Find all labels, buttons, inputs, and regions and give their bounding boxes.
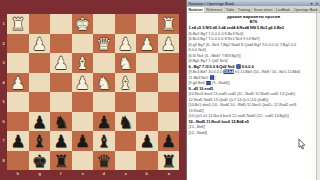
square-f2[interactable] bbox=[50, 34, 72, 54]
white-rook[interactable]: ♜ bbox=[158, 14, 180, 34]
white-pawn[interactable]: ♟ bbox=[115, 34, 137, 54]
variation-moves[interactable]: 12.Nxd5 Nxd5 13.Qxd5 Qc7 14.Qc5 (14.Qxd6… bbox=[189, 97, 269, 102]
variation-moves[interactable]: [10.Bc5 dxe4 (10...Nxd4 10...Rb8) 11.Nxc… bbox=[189, 103, 297, 108]
tab-livebook[interactable]: LiveBook bbox=[274, 7, 292, 13]
board-squares: ♜♚♜♟♛♟♟♟♟♝♞♟♟♞♝♟♞♟♞♟♝♟♟♝♟♟♚♜♛♜ bbox=[7, 14, 179, 170]
square-d6[interactable]: ♟ bbox=[93, 112, 115, 132]
file-label-a: a bbox=[158, 170, 180, 179]
variation-moves[interactable]: [6.Be2 Bg7 7.0-0 0-0 8.Be3 Nc6] bbox=[189, 31, 244, 36]
square-a4[interactable] bbox=[158, 73, 180, 93]
square-h1[interactable]: ♜ bbox=[7, 14, 29, 34]
black-king[interactable]: ♚ bbox=[29, 151, 51, 171]
variation-moves[interactable]: [9.g4 Be6 bbox=[189, 81, 206, 86]
square-a8[interactable]: ♜ bbox=[158, 151, 180, 171]
square-c5[interactable] bbox=[115, 92, 137, 112]
white-bishop[interactable]: ♝ bbox=[72, 53, 94, 73]
white-pawn[interactable]: ♟ bbox=[50, 53, 72, 73]
square-g5[interactable] bbox=[29, 92, 51, 112]
square-e3[interactable]: ♝ bbox=[72, 53, 94, 73]
white-pawn[interactable]: ♟ bbox=[7, 73, 29, 93]
black-rook[interactable]: ♜ bbox=[158, 151, 180, 171]
square-h8[interactable] bbox=[7, 151, 29, 171]
position-marker-icon bbox=[210, 76, 214, 80]
black-pawn[interactable]: ♟ bbox=[50, 131, 72, 151]
square-b7[interactable]: ♟ bbox=[136, 131, 158, 151]
square-a1[interactable]: ♜ bbox=[158, 14, 180, 34]
black-bishop[interactable]: ♝ bbox=[29, 131, 51, 151]
square-a7[interactable]: ♟ bbox=[158, 131, 180, 151]
white-pawn[interactable]: ♟ bbox=[158, 34, 180, 54]
black-pawn[interactable]: ♟ bbox=[7, 131, 29, 151]
square-c7[interactable] bbox=[115, 131, 137, 151]
square-b6[interactable] bbox=[136, 112, 158, 132]
variation-moves[interactable]: ] bbox=[214, 75, 215, 80]
eco-code: B76 bbox=[189, 19, 319, 24]
tab-notation[interactable]: Notation bbox=[187, 6, 205, 13]
variation-moves[interactable]: [6.f4 Nc6 (6...Nbd7 7.Nf3 Bg7)] bbox=[189, 53, 241, 58]
black-rook[interactable]: ♜ bbox=[50, 151, 72, 171]
scrollbar[interactable] bbox=[316, 13, 320, 180]
square-g2[interactable]: ♟ bbox=[29, 34, 51, 54]
square-d5[interactable] bbox=[93, 92, 115, 112]
white-queen[interactable]: ♛ bbox=[93, 34, 115, 54]
square-d7[interactable]: ♝ bbox=[93, 131, 115, 151]
rank-label-7: 7 bbox=[0, 131, 7, 151]
rank-label-8: 8 bbox=[0, 151, 7, 171]
mainline-moves[interactable]: 9...d5 10.exd5 bbox=[189, 86, 214, 91]
square-b4[interactable] bbox=[136, 73, 158, 93]
white-knight[interactable]: ♞ bbox=[115, 53, 137, 73]
square-h4[interactable]: ♟ bbox=[7, 73, 29, 93]
square-b2[interactable]: ♟ bbox=[136, 34, 158, 54]
square-c1[interactable] bbox=[115, 14, 137, 34]
square-b3[interactable] bbox=[136, 53, 158, 73]
rank-label-4: 4 bbox=[0, 73, 7, 93]
white-pawn[interactable]: ♟ bbox=[72, 73, 94, 93]
variation-moves[interactable]: [6.Bc4 Bg7 7.0-0 0-0 8.Re1 Nc6 9.h3 Bd7] bbox=[189, 37, 260, 42]
rank-label-3: 3 bbox=[0, 53, 7, 73]
move-list: 1.e4 c5 2.Nf3 d6 3.d4 cxd4 4.Nxd4 Nf6 5.… bbox=[189, 25, 319, 135]
white-pawn[interactable]: ♟ bbox=[29, 34, 51, 54]
square-g6[interactable]: ♟ bbox=[29, 112, 51, 132]
square-d4[interactable]: ♞ bbox=[93, 73, 115, 93]
white-bishop[interactable]: ♝ bbox=[115, 73, 137, 93]
close-icon[interactable]: ✕ bbox=[315, 1, 318, 6]
square-c8[interactable] bbox=[115, 151, 137, 171]
variation-moves[interactable]: [6.Bg5 Bg7 7.Qd2 Nc6] bbox=[189, 59, 228, 64]
variation-moves[interactable]: 11.Bb3 Ne5 bbox=[189, 75, 210, 80]
variation-moves[interactable]: [6.g3 Bg7 (6...Nc6 7.Bg2 Nxd4 8.Qxd4 Bg7… bbox=[189, 42, 297, 47]
notation-panel: Notation / Openings Book ▾ ✕ NotationRef… bbox=[186, 0, 320, 180]
file-label-d: d bbox=[93, 170, 115, 179]
file-label-c: c bbox=[115, 170, 137, 179]
rank-label-5: 5 bbox=[0, 92, 7, 112]
square-f4[interactable] bbox=[50, 73, 72, 93]
tab-reference[interactable]: Reference bbox=[205, 7, 225, 13]
black-pawn[interactable]: ♟ bbox=[93, 112, 115, 132]
square-d2[interactable]: ♛ bbox=[93, 34, 115, 54]
menu-icon[interactable]: ▾ bbox=[311, 1, 313, 6]
square-g8[interactable]: ♚ bbox=[29, 151, 51, 171]
square-f1[interactable] bbox=[50, 14, 72, 34]
tab-bar: NotationReferenceTableTrainingScore shee… bbox=[187, 6, 320, 13]
white-pawn[interactable]: ♟ bbox=[136, 34, 158, 54]
square-g3[interactable] bbox=[29, 53, 51, 73]
square-f5[interactable] bbox=[50, 92, 72, 112]
mainline-moves[interactable]: 1.e4 c5 2.Nf3 d6 3.d4 cxd4 4.Nxd4 Nf6 5.… bbox=[189, 26, 284, 31]
square-d8[interactable]: ♛ bbox=[93, 151, 115, 171]
panel-title: Notation / Openings Book bbox=[189, 1, 235, 6]
white-knight[interactable]: ♞ bbox=[93, 73, 115, 93]
square-e6[interactable] bbox=[72, 112, 94, 132]
position-marker-icon bbox=[206, 81, 210, 85]
rank-label-6: 6 bbox=[0, 112, 7, 132]
file-label-h: h bbox=[7, 170, 29, 179]
white-rook[interactable]: ♜ bbox=[7, 14, 29, 34]
notation-content: дракон варианты против B76 1.e4 c5 2.Nf3… bbox=[187, 13, 320, 180]
square-h2[interactable] bbox=[7, 34, 29, 54]
black-pawn[interactable]: ♟ bbox=[72, 131, 94, 151]
tab-openings-book[interactable]: Openings Book bbox=[292, 7, 319, 13]
white-king[interactable]: ♚ bbox=[72, 14, 94, 34]
square-f7[interactable]: ♟ bbox=[50, 131, 72, 151]
variation-moves[interactable]: [12...Be6] bbox=[189, 125, 205, 130]
mainline-moves[interactable]: 10...Nxd5 11.Nxc6 bxc6 12.Bd4 e5 bbox=[189, 119, 249, 124]
square-h7[interactable]: ♟ bbox=[7, 131, 29, 151]
square-h6[interactable] bbox=[7, 112, 29, 132]
square-a5[interactable] bbox=[158, 92, 180, 112]
variation-moves[interactable]: [10.Qe1 e5 11.Nxc6 bxc6 12.exd5 Nxd5 (12… bbox=[189, 114, 289, 119]
highlighted-move[interactable]: 10.h4 bbox=[223, 70, 234, 75]
square-h5[interactable] bbox=[7, 92, 29, 112]
variation-moves[interactable]: h5 11.Bb3 (10...Rb8 / 10...Ne5 11.Bb3) bbox=[234, 70, 300, 75]
black-knight[interactable]: ♞ bbox=[50, 112, 72, 132]
square-d1[interactable] bbox=[93, 14, 115, 34]
square-c6[interactable]: ♞ bbox=[115, 112, 137, 132]
square-e2[interactable] bbox=[72, 34, 94, 54]
file-label-f: f bbox=[50, 170, 72, 179]
mainline-moves[interactable]: 9.0-0-0 bbox=[241, 64, 254, 69]
square-e4[interactable]: ♟ bbox=[72, 73, 94, 93]
variation-moves[interactable]: (9...Nxd4)] bbox=[211, 81, 230, 86]
black-pawn[interactable]: ♟ bbox=[158, 131, 180, 151]
tab-training[interactable]: Training bbox=[236, 7, 252, 13]
square-f3[interactable]: ♟ bbox=[50, 53, 72, 73]
square-d3[interactable] bbox=[93, 53, 115, 73]
square-h3[interactable] bbox=[7, 53, 29, 73]
square-g4[interactable] bbox=[29, 73, 51, 93]
square-b8[interactable] bbox=[136, 151, 158, 171]
square-e1[interactable]: ♚ bbox=[72, 14, 94, 34]
notation-line: [12...Nxd4] bbox=[189, 130, 319, 136]
chess-board: 12345678 hgfedcba ♜♚♜♟♛♟♟♟♟♝♞♟♟♞♝♟♞♟♞♟♝♟… bbox=[0, 0, 186, 180]
mainline-moves[interactable]: 6...Bg7 7.f3 0-0 8.Qd2 Nc6 bbox=[189, 64, 236, 69]
square-c4[interactable]: ♝ bbox=[115, 73, 137, 93]
file-label-b: b bbox=[136, 170, 158, 179]
square-e7[interactable]: ♟ bbox=[72, 131, 94, 151]
variation-moves[interactable]: [9.Bc4 Bd7 10.0-0-0 bbox=[189, 70, 224, 75]
rank-label-1: 1 bbox=[0, 14, 7, 34]
square-a2[interactable]: ♟ bbox=[158, 34, 180, 54]
square-e8[interactable] bbox=[72, 151, 94, 171]
position-marker-icon bbox=[236, 65, 240, 69]
tab-table[interactable]: Table bbox=[224, 7, 236, 13]
square-f8[interactable]: ♜ bbox=[50, 151, 72, 171]
black-pawn[interactable]: ♟ bbox=[29, 112, 51, 132]
square-b5[interactable] bbox=[136, 92, 158, 112]
square-a6[interactable] bbox=[158, 112, 180, 132]
square-c3[interactable]: ♞ bbox=[115, 53, 137, 73]
square-a3[interactable] bbox=[158, 53, 180, 73]
black-knight[interactable]: ♞ bbox=[115, 112, 137, 132]
black-bishop[interactable]: ♝ bbox=[93, 131, 115, 151]
rank-label-2: 2 bbox=[0, 34, 7, 54]
black-queen[interactable]: ♛ bbox=[93, 151, 115, 171]
black-pawn[interactable]: ♟ bbox=[136, 131, 158, 151]
file-label-e: e bbox=[72, 170, 94, 179]
variation-moves[interactable]: [10.Nxc6 bxc6 11.exd5 cxd5 (11...Nxd5 12… bbox=[189, 92, 296, 97]
square-g7[interactable]: ♝ bbox=[29, 131, 51, 151]
square-f6[interactable]: ♞ bbox=[50, 112, 72, 132]
square-b1[interactable] bbox=[136, 14, 158, 34]
mouse-cursor-icon bbox=[298, 139, 306, 150]
file-label-g: g bbox=[29, 170, 51, 179]
square-e5[interactable] bbox=[72, 92, 94, 112]
tab-score-sheet[interactable]: Score sheet bbox=[252, 7, 274, 13]
variation-moves[interactable]: [12...Nxd4] bbox=[189, 130, 207, 135]
variation-moves[interactable]: 13.Rxd2] bbox=[189, 108, 204, 113]
variation-moves[interactable]: 8.0-0 Nc6] bbox=[189, 48, 207, 53]
square-c2[interactable]: ♟ bbox=[115, 34, 137, 54]
square-g1[interactable] bbox=[29, 14, 51, 34]
